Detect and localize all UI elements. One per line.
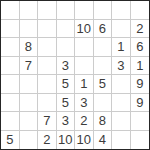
cell-r2c6-clue: 6 bbox=[94, 20, 113, 39]
cell-r2c2[interactable] bbox=[20, 20, 39, 39]
cell-r4c1[interactable] bbox=[1, 57, 20, 76]
cell-r2c1[interactable] bbox=[1, 20, 20, 39]
cell-r8c3-clue: 2 bbox=[38, 131, 57, 150]
cell-r8c7[interactable] bbox=[112, 131, 131, 150]
cell-r3c8-clue: 6 bbox=[131, 38, 150, 57]
cell-r4c2-clue: 7 bbox=[20, 57, 39, 76]
cell-r8c8[interactable] bbox=[131, 131, 150, 150]
cell-r6c4-clue: 5 bbox=[57, 94, 76, 113]
cell-r6c2[interactable] bbox=[20, 94, 39, 113]
cell-r3c5[interactable] bbox=[75, 38, 94, 57]
cell-r4c6[interactable] bbox=[94, 57, 113, 76]
cell-r4c3[interactable] bbox=[38, 57, 57, 76]
cell-r5c3[interactable] bbox=[38, 75, 57, 94]
cell-r1c4[interactable] bbox=[57, 1, 76, 20]
cell-r6c1[interactable] bbox=[1, 94, 20, 113]
cell-r5c1[interactable] bbox=[1, 75, 20, 94]
cell-r1c1[interactable] bbox=[1, 1, 20, 20]
cell-r8c6-clue: 4 bbox=[94, 131, 113, 150]
cell-r8c4-clue: 10 bbox=[57, 131, 76, 150]
cell-r2c4[interactable] bbox=[57, 20, 76, 39]
cell-r2c3[interactable] bbox=[38, 20, 57, 39]
cell-r7c3-clue: 7 bbox=[38, 112, 57, 131]
cell-r4c8-clue: 1 bbox=[131, 57, 150, 76]
cell-r5c5-clue: 1 bbox=[75, 75, 94, 94]
cell-r4c5[interactable] bbox=[75, 57, 94, 76]
cell-r7c7[interactable] bbox=[112, 112, 131, 131]
cell-r3c6[interactable] bbox=[94, 38, 113, 57]
cell-r1c6[interactable] bbox=[94, 1, 113, 20]
cell-r2c5-clue: 10 bbox=[75, 20, 94, 39]
cell-r6c7[interactable] bbox=[112, 94, 131, 113]
cell-r1c7[interactable] bbox=[112, 1, 131, 20]
cell-r3c7-clue: 1 bbox=[112, 38, 131, 57]
cell-r3c1[interactable] bbox=[1, 38, 20, 57]
cell-r8c1-clue: 5 bbox=[1, 131, 20, 150]
cell-r4c4-clue: 3 bbox=[57, 57, 76, 76]
cell-r7c4-clue: 3 bbox=[57, 112, 76, 131]
cell-r2c8-clue: 2 bbox=[131, 20, 150, 39]
cell-r8c2[interactable] bbox=[20, 131, 39, 150]
cell-r6c6[interactable] bbox=[94, 94, 113, 113]
cell-r1c2[interactable] bbox=[20, 1, 39, 20]
cell-r2c7[interactable] bbox=[112, 20, 131, 39]
cell-r3c2-clue: 8 bbox=[20, 38, 39, 57]
cell-r3c4[interactable] bbox=[57, 38, 76, 57]
cell-r1c8[interactable] bbox=[131, 1, 150, 20]
cell-r7c5-clue: 2 bbox=[75, 112, 94, 131]
cell-r5c4-clue: 5 bbox=[57, 75, 76, 94]
cell-r1c3[interactable] bbox=[38, 1, 57, 20]
cell-r7c1[interactable] bbox=[1, 112, 20, 131]
cell-r1c5[interactable] bbox=[75, 1, 94, 20]
cell-r3c3[interactable] bbox=[38, 38, 57, 57]
cell-r8c5-clue: 10 bbox=[75, 131, 94, 150]
cell-r5c2[interactable] bbox=[20, 75, 39, 94]
cell-r5c6-clue: 5 bbox=[94, 75, 113, 94]
cell-r7c2[interactable] bbox=[20, 112, 39, 131]
cell-r5c7[interactable] bbox=[112, 75, 131, 94]
cell-r7c6-clue: 8 bbox=[94, 112, 113, 131]
puzzle-board: 10628167331515953973285210104 bbox=[0, 0, 150, 150]
cell-r6c5-clue: 3 bbox=[75, 94, 94, 113]
cell-r6c8-clue: 9 bbox=[131, 94, 150, 113]
cell-r4c7-clue: 3 bbox=[112, 57, 131, 76]
cell-r6c3[interactable] bbox=[38, 94, 57, 113]
cell-r7c8[interactable] bbox=[131, 112, 150, 131]
cell-r5c8-clue: 9 bbox=[131, 75, 150, 94]
